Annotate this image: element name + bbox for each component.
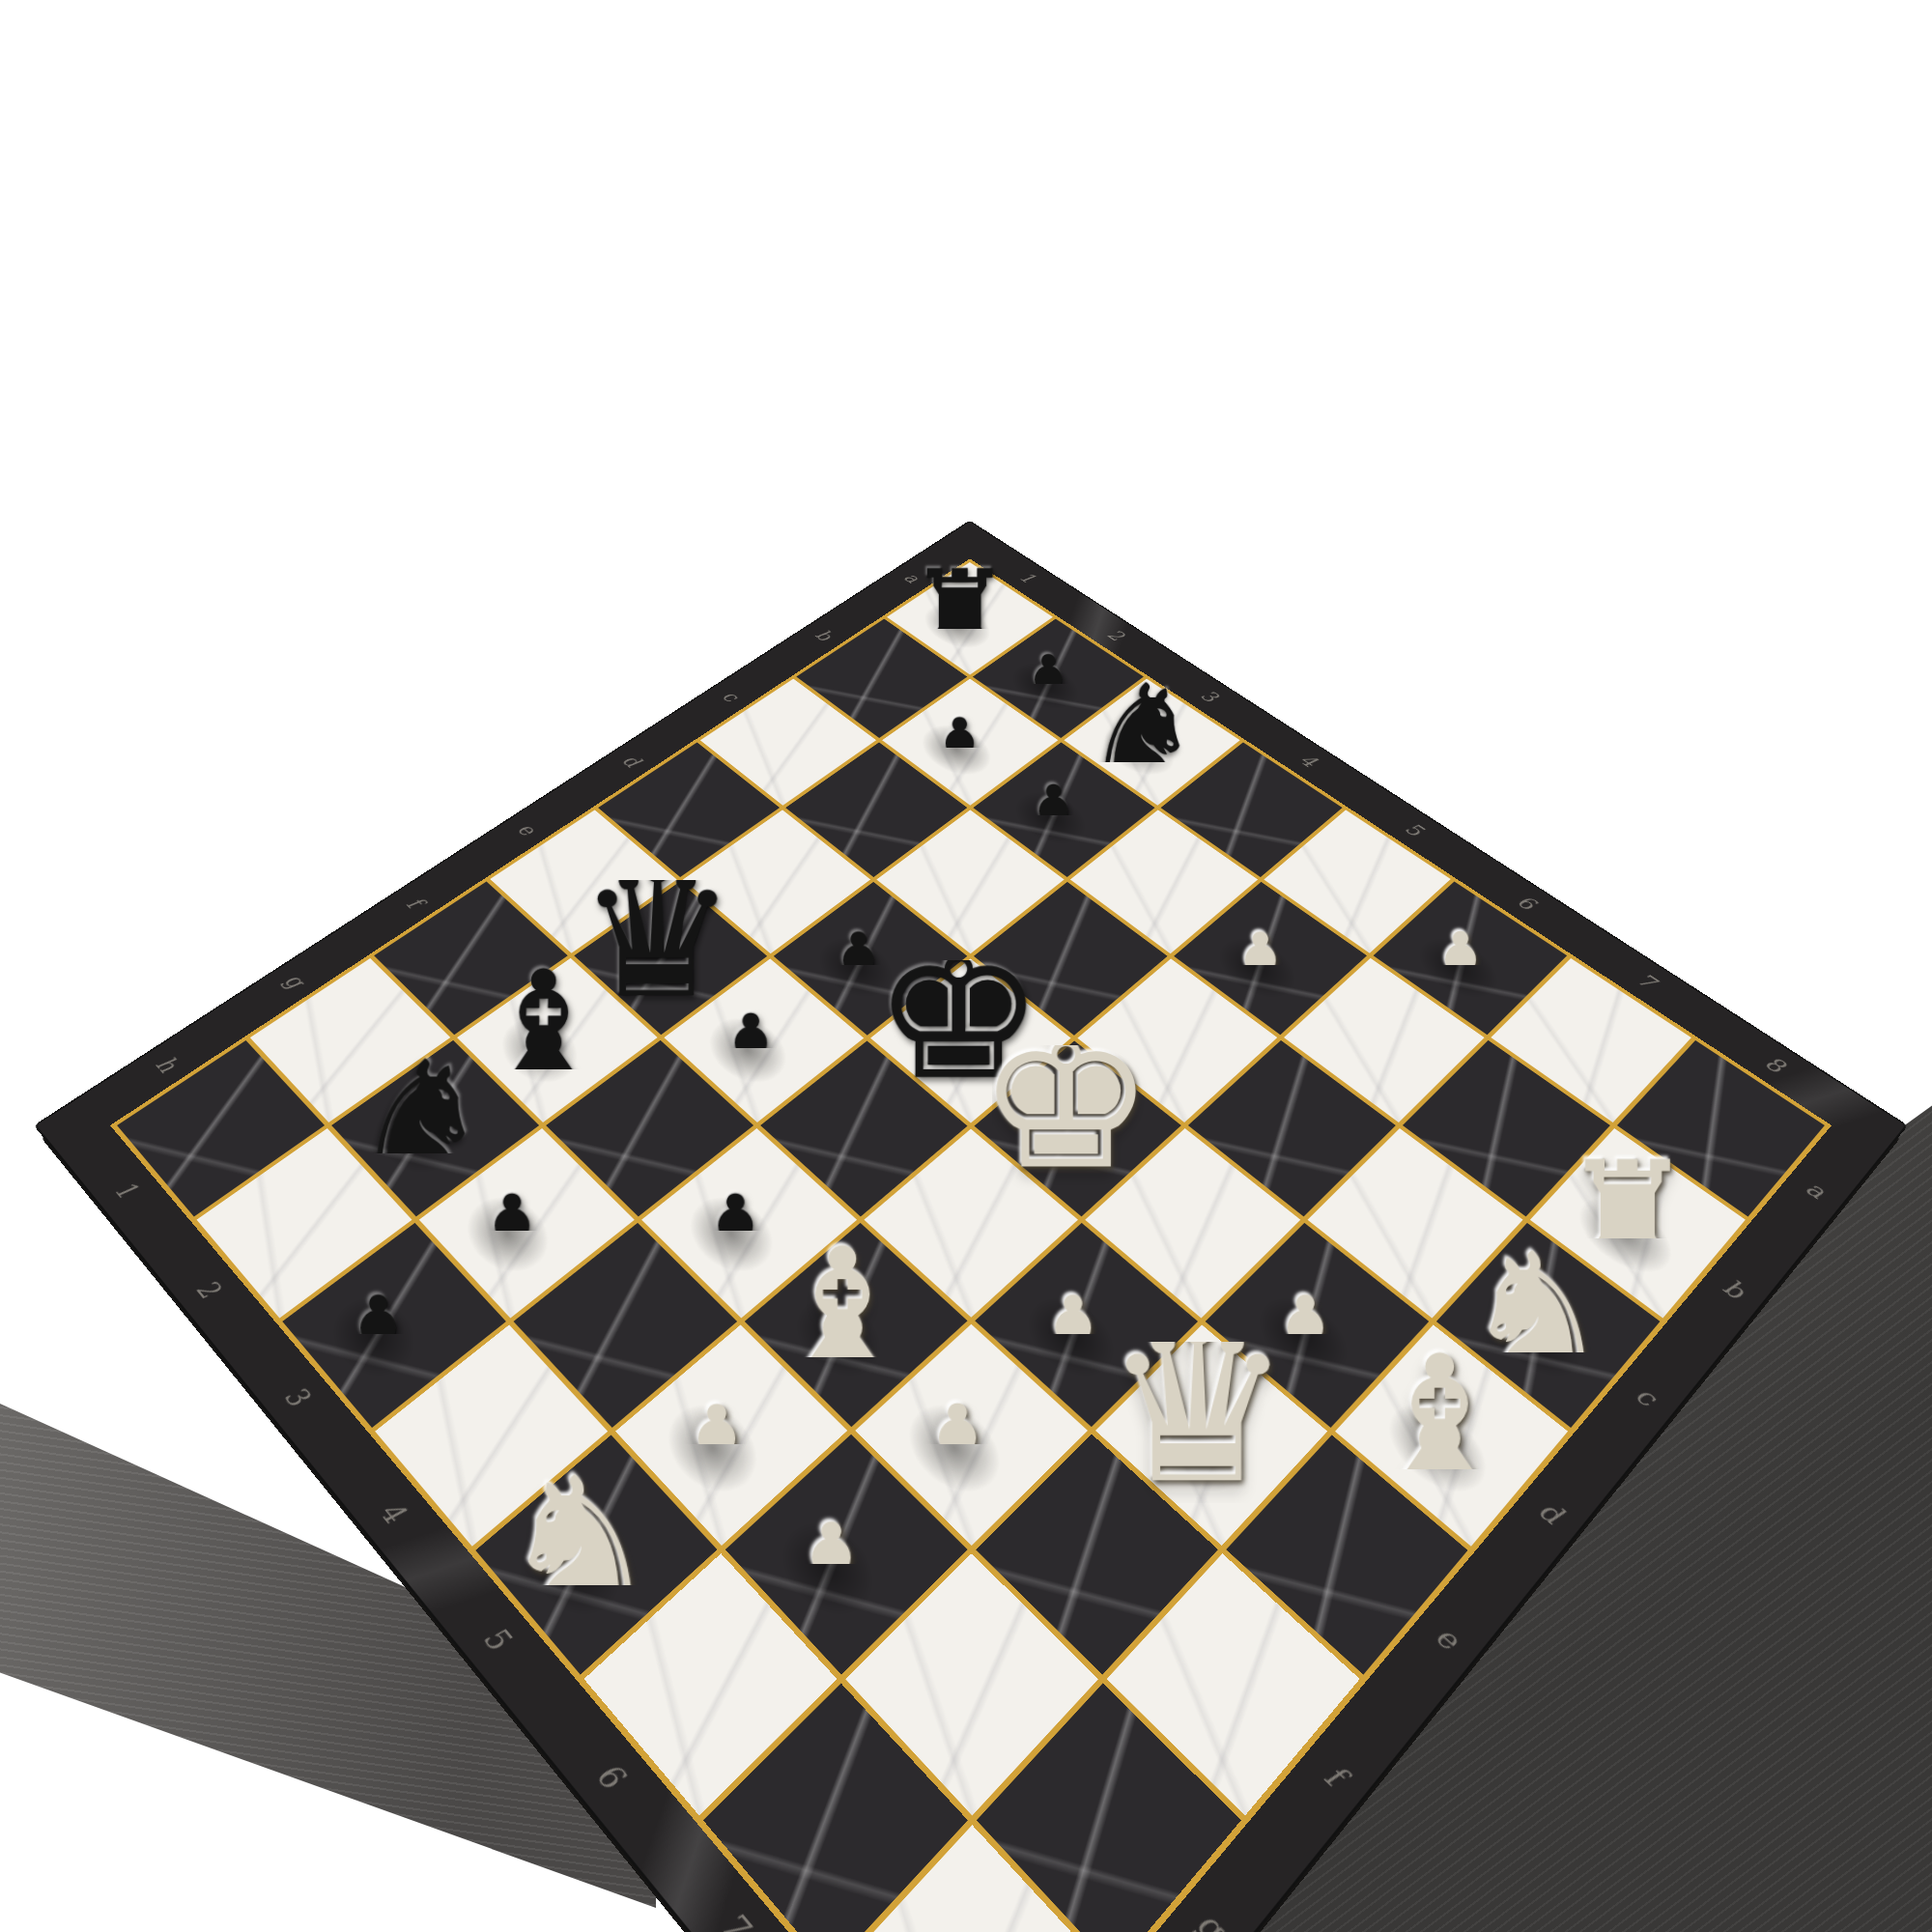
piece-stand: ♟ — [745, 1458, 917, 1630]
coord-letter-rank8-side-f: f — [1318, 1757, 1350, 1794]
coord-number-a-side-7: 7 — [1633, 969, 1661, 993]
coord-letter-rank8-side-b: b — [1719, 1273, 1750, 1304]
coord-letter-rank1-side-b: b — [811, 626, 838, 643]
piece-stand: ♛ — [1116, 1342, 1281, 1507]
white-knight-h5[interactable]: ♞ — [498, 1458, 661, 1630]
coord-letter-rank1-side-d: d — [618, 751, 646, 771]
coord-letter-rank1-side-f: f — [401, 893, 428, 912]
coord-number-h-side-2: 2 — [190, 1273, 227, 1304]
coord-letter-rank8-side-d: d — [1533, 1494, 1568, 1530]
board-scene: ♜♟♞♟♟♟♟♟♛♚♟♝♚♞♜♟♟♞♟♟♝♟♝♛♟♟♟♞ 11223344556… — [0, 0, 1932, 1932]
square-d5[interactable]: ♚ — [975, 1040, 1182, 1216]
coord-number-h-side-5: 5 — [476, 1618, 516, 1657]
coord-number-a-side-4: 4 — [1295, 751, 1321, 770]
coord-number-a-side-1: 1 — [1015, 569, 1040, 585]
coord-number-a-side-2: 2 — [1103, 626, 1128, 643]
chess-board-grid[interactable]: ♜♟♞♟♟♟♟♟♛♚♟♝♚♞♜♟♟♞♟♟♝♟♝♛♟♟♟♞ — [110, 558, 1832, 1932]
coord-number-a-side-8: 8 — [1760, 1052, 1789, 1078]
coord-number-a-side-6: 6 — [1513, 892, 1540, 914]
coord-number-a-side-5: 5 — [1401, 819, 1428, 840]
chess-board[interactable]: ♜♟♞♟♟♟♟♟♛♚♟♝♚♞♜♟♟♞♟♟♝♟♝♛♟♟♟♞ 11223344556… — [37, 522, 1906, 1932]
coord-letter-rank8-side-a: a — [1802, 1176, 1831, 1204]
coord-number-h-side-7: 7 — [713, 1902, 755, 1932]
coord-letter-rank1-side-c: c — [718, 687, 744, 704]
product-photo-stage: ♜♟♞♟♟♟♟♟♛♚♟♝♚♞♜♟♟♞♟♟♝♟♝♛♟♟♟♞ 11223344556… — [0, 0, 1932, 1932]
piece-stand: ♞ — [494, 1458, 666, 1630]
coord-number-h-side-6: 6 — [589, 1754, 631, 1797]
coord-letter-rank1-side-e: e — [512, 819, 541, 839]
coord-letter-rank8-side-g: g — [1190, 1902, 1231, 1932]
coord-letter-rank8-side-e: e — [1430, 1619, 1465, 1657]
white-pawn-g6[interactable]: ♟ — [776, 1512, 888, 1631]
coord-letter-rank8-side-c: c — [1631, 1380, 1662, 1412]
coord-number-h-side-3: 3 — [278, 1379, 316, 1412]
coord-number-h-side-4: 4 — [373, 1494, 412, 1530]
coord-letter-rank1-side-g: g — [279, 969, 311, 993]
piece-stand: ♝ — [472, 959, 614, 1101]
coord-letter-rank1-side-h: h — [150, 1052, 184, 1078]
coord-number-h-side-1: 1 — [108, 1176, 143, 1204]
black-bishop-f2[interactable]: ♝ — [474, 954, 612, 1101]
